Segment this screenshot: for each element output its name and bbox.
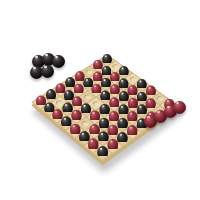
captured-black-marble[interactable] <box>52 55 65 68</box>
captured-black-marble[interactable] <box>41 65 54 78</box>
black-marble[interactable] <box>117 132 128 145</box>
dimple-hole <box>155 95 165 102</box>
red-marble[interactable] <box>127 125 138 138</box>
black-marble[interactable] <box>46 89 56 102</box>
photo-background <box>0 0 200 200</box>
dimple-hole <box>128 76 137 83</box>
dimple-hole <box>80 120 90 127</box>
captured-red-marble[interactable] <box>173 101 186 114</box>
black-marble[interactable] <box>119 66 129 78</box>
board-scene <box>0 0 200 200</box>
black-marble[interactable] <box>97 146 108 159</box>
red-marble[interactable] <box>107 139 118 152</box>
